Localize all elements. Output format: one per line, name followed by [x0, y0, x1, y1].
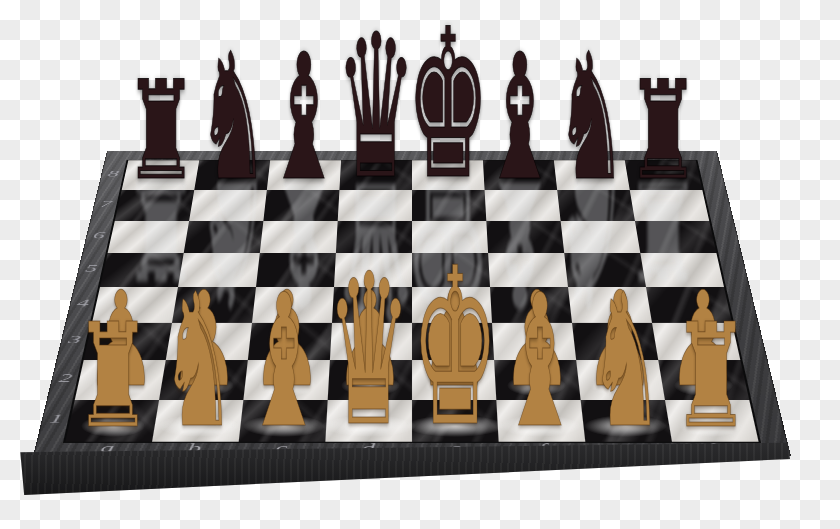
black-king-e8[interactable]: ♚ [406, 29, 489, 184]
pieces-layer: ♜♜♞♞♝♝♛♛♚♚♝♝♞♞♜♜♟♟♟♟♟♟♟♟♜♞♝♛♚♝♞♜ [0, 0, 840, 529]
white-queen-d1[interactable]: ♛ [327, 274, 411, 431]
black-bishop-c8[interactable]: ♝ [265, 53, 343, 183]
white-rook-h1[interactable]: ♜ [672, 322, 749, 430]
black-knight-g8[interactable]: ♞ [556, 52, 627, 183]
white-bishop-f1[interactable]: ♝ [499, 293, 581, 430]
black-bishop-f8[interactable]: ♝ [481, 53, 559, 183]
white-knight-g1[interactable]: ♞ [589, 292, 663, 430]
white-bishop-c1[interactable]: ♝ [243, 293, 325, 430]
white-king-e1[interactable]: ♚ [411, 268, 499, 431]
black-rook-a8[interactable]: ♜ [124, 81, 198, 184]
chessboard-scene: abcdefgh 12345678 ♜♜♞♞♝♝♛♛♚♚♝♝♞♞♜♜♟♟♟♟♟♟… [0, 0, 840, 529]
black-rook-h8[interactable]: ♜ [626, 81, 700, 184]
black-knight-b8[interactable]: ♞ [197, 52, 268, 183]
white-rook-a1[interactable]: ♜ [74, 322, 151, 430]
black-queen-d8[interactable]: ♛ [336, 34, 416, 183]
white-knight-b1[interactable]: ♞ [161, 292, 235, 430]
